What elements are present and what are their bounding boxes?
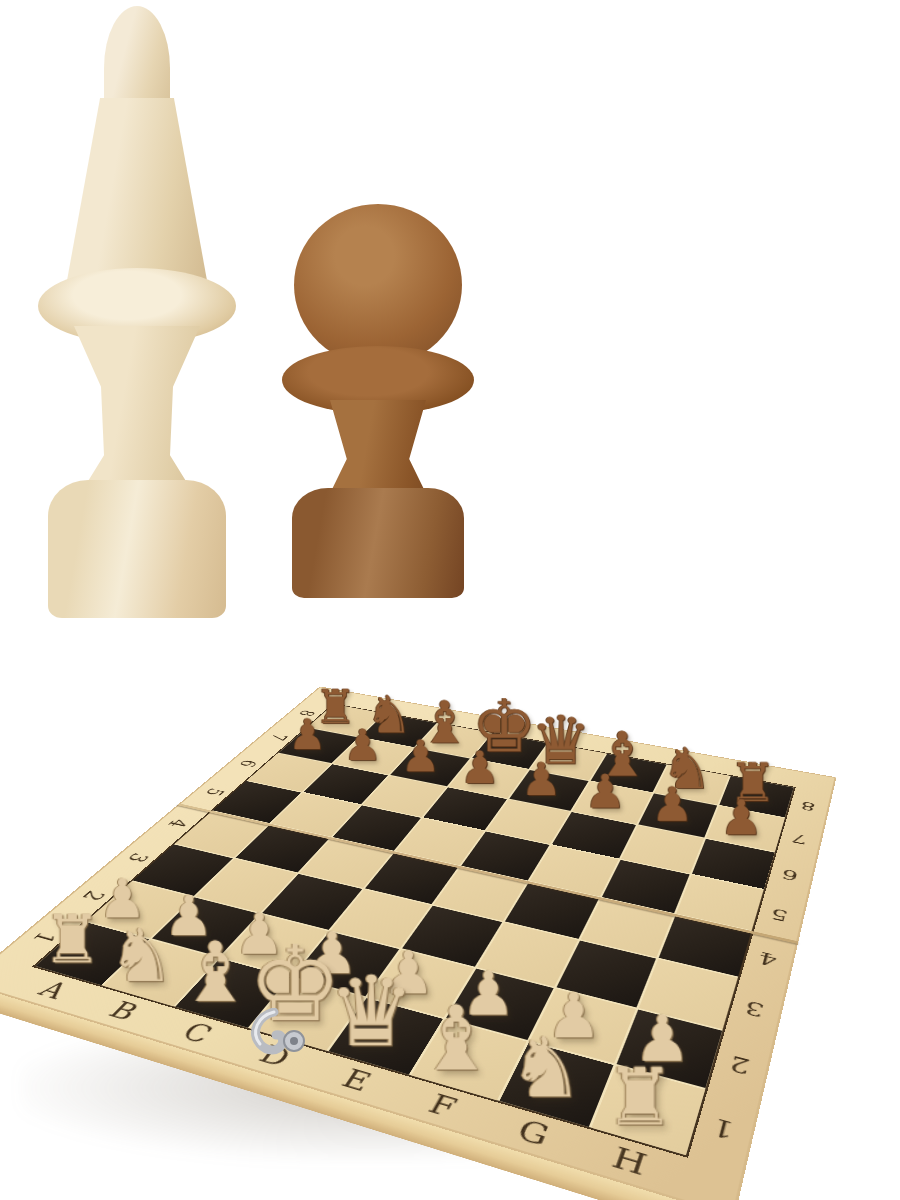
square-g8: ♞ bbox=[654, 765, 729, 805]
piece-brown-king: ♚ bbox=[472, 692, 532, 761]
pawn-ball bbox=[294, 204, 462, 366]
rank-label-right-6: 6 bbox=[766, 852, 813, 897]
brown-pawn-closeup bbox=[282, 198, 474, 600]
square-g6 bbox=[621, 825, 704, 873]
chessboard: ♜♞♝♚♛♝♞♜♟♟♟♟♟♟♟♟♟♟♟♟♟♟♟♟♜♞♝♚♛♝♞♜ ABCDEFG… bbox=[0, 686, 836, 1200]
white-king-closeup bbox=[30, 6, 245, 618]
square-f4 bbox=[505, 882, 599, 939]
rank-label-left-8: 8 bbox=[274, 703, 338, 724]
king-neck bbox=[66, 98, 208, 286]
piece-brown-knight: ♞ bbox=[655, 742, 719, 796]
square-b1: ♞ bbox=[103, 940, 217, 1006]
square-h8: ♜ bbox=[719, 776, 794, 817]
piece-brown-rook: ♜ bbox=[720, 758, 785, 809]
piece-white-pawn: ♟ bbox=[291, 927, 372, 982]
chessboard-scene: ♜♞♝♚♛♝♞♜♟♟♟♟♟♟♟♟♟♟♟♟♟♟♟♟♜♞♝♚♛♝♞♜ ABCDEFG… bbox=[0, 548, 900, 1200]
clasp-hook-icon bbox=[244, 1008, 312, 1070]
piece-white-pawn: ♟ bbox=[617, 1010, 707, 1071]
square-g3 bbox=[556, 941, 655, 1007]
square-f8: ♝ bbox=[591, 754, 666, 793]
board-grid: ♜♞♝♚♛♝♞♜♟♟♟♟♟♟♟♟♟♟♟♟♟♟♟♟♜♞♝♚♛♝♞♜ bbox=[35, 704, 793, 1155]
square-h6 bbox=[692, 839, 775, 889]
